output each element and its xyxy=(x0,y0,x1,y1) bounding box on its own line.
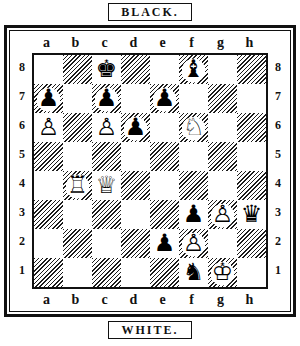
square-c7: ♟ xyxy=(92,84,121,113)
square-d2 xyxy=(121,229,150,258)
piece-white-pawn: ♙ xyxy=(92,113,121,142)
square-d7 xyxy=(121,84,150,113)
file-label-b-top: b xyxy=(61,32,90,53)
black-caption-box: BLACK. xyxy=(108,3,192,21)
square-g4 xyxy=(208,171,237,200)
piece-black-pawn: ♟ xyxy=(179,200,208,229)
board-frame-inner: abcdefgh 87654321 ♚♝♟♟♟♙♙♟♘♖♕♟♙♛♟♙♞♔ 876… xyxy=(9,30,291,312)
square-a2 xyxy=(34,229,63,258)
board-middle: 87654321 ♚♝♟♟♟♙♙♟♘♖♕♟♙♛♟♙♞♔ 87654321 xyxy=(12,53,288,289)
piece-white-knight: ♘ xyxy=(179,113,208,142)
square-c5 xyxy=(92,142,121,171)
square-g6 xyxy=(208,113,237,142)
piece-black-knight: ♞ xyxy=(179,258,208,287)
square-h6 xyxy=(237,113,266,142)
square-f8: ♝ xyxy=(179,55,208,84)
square-b5 xyxy=(63,142,92,171)
file-labels-bottom: abcdefgh xyxy=(12,289,288,310)
chess-diagram-page: BLACK. abcdefgh 87654321 ♚♝♟♟♟♙♙♟♘♖♕♟♙♛♟… xyxy=(0,0,300,346)
file-label-f-bottom: f xyxy=(177,289,206,310)
piece-black-pawn: ♟ xyxy=(34,84,63,113)
rank-label-4-left: 4 xyxy=(12,169,32,198)
square-g8 xyxy=(208,55,237,84)
board-grid: ♚♝♟♟♟♙♙♟♘♖♕♟♙♛♟♙♞♔ xyxy=(32,53,268,289)
piece-black-king: ♚ xyxy=(92,55,121,84)
file-label-c-top: c xyxy=(90,32,119,53)
square-h8 xyxy=(237,55,266,84)
square-b4: ♖ xyxy=(63,171,92,200)
piece-black-bishop: ♝ xyxy=(179,55,208,84)
file-label-h-top: h xyxy=(235,32,264,53)
piece-white-queen: ♕ xyxy=(92,171,121,200)
rank-label-5-left: 5 xyxy=(12,140,32,169)
rank-label-7-left: 7 xyxy=(12,82,32,111)
square-h2 xyxy=(237,229,266,258)
file-label-e-top: e xyxy=(148,32,177,53)
file-label-a-top: a xyxy=(32,32,61,53)
piece-white-pawn: ♙ xyxy=(179,229,208,258)
square-f2: ♙ xyxy=(179,229,208,258)
rank-label-6-right: 6 xyxy=(268,111,288,140)
square-a8 xyxy=(34,55,63,84)
rank-label-4-right: 4 xyxy=(268,169,288,198)
square-c8: ♚ xyxy=(92,55,121,84)
square-g7 xyxy=(208,84,237,113)
square-c1 xyxy=(92,258,121,287)
square-b1 xyxy=(63,258,92,287)
square-e1 xyxy=(150,258,179,287)
square-e8 xyxy=(150,55,179,84)
rank-label-3-right: 3 xyxy=(268,198,288,227)
square-e6 xyxy=(150,113,179,142)
square-e7: ♟ xyxy=(150,84,179,113)
file-label-c-bottom: c xyxy=(90,289,119,310)
file-label-a-bottom: a xyxy=(32,289,61,310)
square-e2: ♟ xyxy=(150,229,179,258)
board-frame: abcdefgh 87654321 ♚♝♟♟♟♙♙♟♘♖♕♟♙♛♟♙♞♔ 876… xyxy=(4,25,296,317)
square-h1 xyxy=(237,258,266,287)
square-g2 xyxy=(208,229,237,258)
square-d3 xyxy=(121,200,150,229)
square-e5 xyxy=(150,142,179,171)
rank-labels-right: 87654321 xyxy=(268,53,288,289)
piece-black-pawn: ♟ xyxy=(150,84,179,113)
square-e3 xyxy=(150,200,179,229)
file-label-d-bottom: d xyxy=(119,289,148,310)
file-label-h-bottom: h xyxy=(235,289,264,310)
square-f5 xyxy=(179,142,208,171)
square-b6 xyxy=(63,113,92,142)
square-d5 xyxy=(121,142,150,171)
square-a3 xyxy=(34,200,63,229)
square-c4: ♕ xyxy=(92,171,121,200)
black-caption: BLACK. xyxy=(121,5,179,19)
square-b7 xyxy=(63,84,92,113)
rank-label-3-left: 3 xyxy=(12,198,32,227)
white-caption: WHITE. xyxy=(121,323,178,337)
piece-black-pawn: ♟ xyxy=(150,229,179,258)
rank-label-5-right: 5 xyxy=(268,140,288,169)
file-label-g-bottom: g xyxy=(206,289,235,310)
file-label-e-bottom: e xyxy=(148,289,177,310)
file-label-f-top: f xyxy=(177,32,206,53)
square-g5 xyxy=(208,142,237,171)
square-d1 xyxy=(121,258,150,287)
square-f3: ♟ xyxy=(179,200,208,229)
piece-white-king: ♔ xyxy=(208,258,237,287)
white-caption-box: WHITE. xyxy=(108,321,191,339)
piece-white-rook: ♖ xyxy=(63,171,92,200)
rank-label-8-right: 8 xyxy=(268,53,288,82)
piece-white-pawn: ♙ xyxy=(34,113,63,142)
square-b8 xyxy=(63,55,92,84)
file-label-d-top: d xyxy=(119,32,148,53)
piece-black-pawn: ♟ xyxy=(121,113,150,142)
square-a7: ♟ xyxy=(34,84,63,113)
file-label-b-bottom: b xyxy=(61,289,90,310)
piece-black-queen: ♛ xyxy=(237,200,266,229)
square-a1 xyxy=(34,258,63,287)
square-c6: ♙ xyxy=(92,113,121,142)
file-label-g-top: g xyxy=(206,32,235,53)
square-h3: ♛ xyxy=(237,200,266,229)
square-d8 xyxy=(121,55,150,84)
square-a4 xyxy=(34,171,63,200)
piece-white-pawn: ♙ xyxy=(208,200,237,229)
square-c3 xyxy=(92,200,121,229)
square-h7 xyxy=(237,84,266,113)
square-a6: ♙ xyxy=(34,113,63,142)
square-e4 xyxy=(150,171,179,200)
square-d6: ♟ xyxy=(121,113,150,142)
file-labels-top: abcdefgh xyxy=(12,32,288,53)
square-h4 xyxy=(237,171,266,200)
rank-label-1-right: 1 xyxy=(268,256,288,285)
rank-label-1-left: 1 xyxy=(12,256,32,285)
rank-label-6-left: 6 xyxy=(12,111,32,140)
rank-labels-left: 87654321 xyxy=(12,53,32,289)
rank-label-2-right: 2 xyxy=(268,227,288,256)
rank-label-7-right: 7 xyxy=(268,82,288,111)
square-f4 xyxy=(179,171,208,200)
square-c2 xyxy=(92,229,121,258)
square-a5 xyxy=(34,142,63,171)
square-g1: ♔ xyxy=(208,258,237,287)
square-f7 xyxy=(179,84,208,113)
square-f1: ♞ xyxy=(179,258,208,287)
rank-label-2-left: 2 xyxy=(12,227,32,256)
rank-label-8-left: 8 xyxy=(12,53,32,82)
square-g3: ♙ xyxy=(208,200,237,229)
square-b2 xyxy=(63,229,92,258)
square-d4 xyxy=(121,171,150,200)
piece-black-pawn: ♟ xyxy=(92,84,121,113)
square-h5 xyxy=(237,142,266,171)
square-f6: ♘ xyxy=(179,113,208,142)
square-b3 xyxy=(63,200,92,229)
